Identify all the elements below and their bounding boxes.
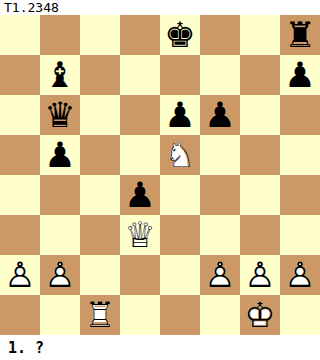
- white-rook-icon[interactable]: ♜♖: [80, 295, 120, 335]
- square-g2[interactable]: ♟♙: [240, 255, 280, 295]
- square-h8[interactable]: ♜: [280, 15, 320, 55]
- square-d8[interactable]: [120, 15, 160, 55]
- square-f5[interactable]: [200, 135, 240, 175]
- square-g6[interactable]: [240, 95, 280, 135]
- square-c4[interactable]: [80, 175, 120, 215]
- square-b1[interactable]: [40, 295, 80, 335]
- white-pawn-icon[interactable]: ♟♙: [200, 255, 240, 295]
- white-pawn-icon[interactable]: ♟♙: [40, 255, 80, 295]
- square-a8[interactable]: [0, 15, 40, 55]
- white-pawn-outline: ♙: [200, 255, 240, 295]
- square-h6[interactable]: [280, 95, 320, 135]
- white-pawn-outline: ♙: [280, 255, 320, 295]
- square-a2[interactable]: ♟♙: [0, 255, 40, 295]
- white-knight-outline: ♘: [160, 135, 200, 175]
- square-d1[interactable]: [120, 295, 160, 335]
- white-king-icon[interactable]: ♚♔: [240, 295, 280, 335]
- square-f3[interactable]: [200, 215, 240, 255]
- square-f7[interactable]: [200, 55, 240, 95]
- square-e2[interactable]: [160, 255, 200, 295]
- square-e3[interactable]: [160, 215, 200, 255]
- black-pawn-icon[interactable]: ♟: [200, 95, 240, 135]
- black-pawn-icon[interactable]: ♟: [280, 55, 320, 95]
- square-h7[interactable]: ♟: [280, 55, 320, 95]
- white-queen-outline: ♕: [120, 215, 160, 255]
- square-e1[interactable]: [160, 295, 200, 335]
- square-d5[interactable]: [120, 135, 160, 175]
- square-e7[interactable]: [160, 55, 200, 95]
- square-f8[interactable]: [200, 15, 240, 55]
- square-f2[interactable]: ♟♙: [200, 255, 240, 295]
- black-pawn-body: ♟: [120, 175, 160, 215]
- square-b8[interactable]: [40, 15, 80, 55]
- square-c1[interactable]: ♜♖: [80, 295, 120, 335]
- square-h1[interactable]: [280, 295, 320, 335]
- white-pawn-outline: ♙: [40, 255, 80, 295]
- square-h2[interactable]: ♟♙: [280, 255, 320, 295]
- black-pawn-icon[interactable]: ♟: [160, 95, 200, 135]
- white-pawn-outline: ♙: [240, 255, 280, 295]
- black-pawn-body: ♟: [200, 95, 240, 135]
- square-h3[interactable]: [280, 215, 320, 255]
- white-pawn-icon[interactable]: ♟♙: [240, 255, 280, 295]
- square-b3[interactable]: [40, 215, 80, 255]
- square-b7[interactable]: ♝: [40, 55, 80, 95]
- white-pawn-icon[interactable]: ♟♙: [280, 255, 320, 295]
- white-pawn-icon[interactable]: ♟♙: [0, 255, 40, 295]
- black-pawn-icon[interactable]: ♟: [120, 175, 160, 215]
- square-b5[interactable]: ♟: [40, 135, 80, 175]
- square-e4[interactable]: [160, 175, 200, 215]
- white-pawn-outline: ♙: [0, 255, 40, 295]
- black-bishop-icon[interactable]: ♝: [40, 55, 80, 95]
- square-a5[interactable]: [0, 135, 40, 175]
- square-a6[interactable]: [0, 95, 40, 135]
- white-rook-outline: ♖: [80, 295, 120, 335]
- square-g7[interactable]: [240, 55, 280, 95]
- square-h5[interactable]: [280, 135, 320, 175]
- square-f6[interactable]: ♟: [200, 95, 240, 135]
- square-g8[interactable]: [240, 15, 280, 55]
- square-b2[interactable]: ♟♙: [40, 255, 80, 295]
- square-g1[interactable]: ♚♔: [240, 295, 280, 335]
- square-c2[interactable]: [80, 255, 120, 295]
- square-e5[interactable]: ♞♘: [160, 135, 200, 175]
- square-a4[interactable]: [0, 175, 40, 215]
- black-queen-body: ♛: [40, 95, 80, 135]
- black-queen-icon[interactable]: ♛: [40, 95, 80, 135]
- square-b4[interactable]: [40, 175, 80, 215]
- black-pawn-icon[interactable]: ♟: [40, 135, 80, 175]
- square-d7[interactable]: [120, 55, 160, 95]
- black-pawn-body: ♟: [280, 55, 320, 95]
- square-g3[interactable]: [240, 215, 280, 255]
- square-g5[interactable]: [240, 135, 280, 175]
- square-d2[interactable]: [120, 255, 160, 295]
- square-a1[interactable]: [0, 295, 40, 335]
- black-king-body: ♚: [160, 15, 200, 55]
- chess-puzzle-window: T1.2348 ♚♜♝♟♛♟♟♟♞♘♟♛♕♟♙♟♙♟♙♟♙♟♙♜♖♚♔ 1. ?: [0, 0, 320, 360]
- black-rook-body: ♜: [280, 15, 320, 55]
- square-f1[interactable]: [200, 295, 240, 335]
- title-bar: T1.2348: [0, 0, 320, 15]
- square-g4[interactable]: [240, 175, 280, 215]
- square-f4[interactable]: [200, 175, 240, 215]
- square-h4[interactable]: [280, 175, 320, 215]
- move-prompt-label: 1. ?: [0, 339, 44, 357]
- square-b6[interactable]: ♛: [40, 95, 80, 135]
- white-king-outline: ♔: [240, 295, 280, 335]
- white-queen-icon[interactable]: ♛♕: [120, 215, 160, 255]
- square-d3[interactable]: ♛♕: [120, 215, 160, 255]
- square-e8[interactable]: ♚: [160, 15, 200, 55]
- white-knight-icon[interactable]: ♞♘: [160, 135, 200, 175]
- black-king-icon[interactable]: ♚: [160, 15, 200, 55]
- square-e6[interactable]: ♟: [160, 95, 200, 135]
- square-c3[interactable]: [80, 215, 120, 255]
- black-rook-icon[interactable]: ♜: [280, 15, 320, 55]
- square-a3[interactable]: [0, 215, 40, 255]
- square-c7[interactable]: [80, 55, 120, 95]
- square-d4[interactable]: ♟: [120, 175, 160, 215]
- black-pawn-body: ♟: [160, 95, 200, 135]
- square-c8[interactable]: [80, 15, 120, 55]
- black-pawn-body: ♟: [40, 135, 80, 175]
- puzzle-id-label: T1.2348: [0, 0, 59, 15]
- black-bishop-body: ♝: [40, 55, 80, 95]
- square-c6[interactable]: [80, 95, 120, 135]
- square-a7[interactable]: [0, 55, 40, 95]
- status-bar: 1. ?: [0, 335, 320, 360]
- chess-board: ♚♜♝♟♛♟♟♟♞♘♟♛♕♟♙♟♙♟♙♟♙♟♙♜♖♚♔: [0, 15, 320, 335]
- square-c5[interactable]: [80, 135, 120, 175]
- square-d6[interactable]: [120, 95, 160, 135]
